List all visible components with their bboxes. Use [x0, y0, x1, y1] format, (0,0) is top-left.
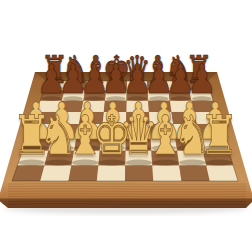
square-e1: [125, 165, 153, 181]
square-g1: [179, 165, 210, 181]
piece-white-rook-h2: ♜: [199, 109, 238, 163]
square-c1: [69, 165, 99, 181]
square-h1: [206, 165, 238, 181]
square-b1: [40, 165, 71, 181]
product-photo-canvas: ♜♞♝♚♛♝♞♜♟♟♟♟♟♟♟♟♟♟♟♟♟♟♟♟♜♞♝♚♛♝♞♜: [0, 0, 252, 252]
square-f1: [152, 165, 181, 181]
square-d1: [97, 165, 126, 181]
